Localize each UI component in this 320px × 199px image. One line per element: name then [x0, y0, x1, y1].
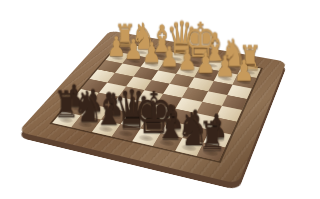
chess-board: ♜♞♝♛♚♝♞♜♟♟♟♟♟♟♟♟♟♟♟♟♟♟♟♟♜♞♝♛♚♝♞♜: [18, 30, 286, 184]
piece-white-pawn: ♟: [159, 43, 177, 71]
piece-white-pawn: ♟: [234, 56, 252, 85]
piece-white-pawn: ♟: [142, 39, 159, 67]
piece-black-king: ♚: [134, 84, 155, 142]
product-photo-background: ♜♞♝♛♚♝♞♜♟♟♟♟♟♟♟♟♟♟♟♟♟♟♟♟♜♞♝♛♚♝♞♜: [0, 0, 320, 199]
piece-white-pawn: ♟: [177, 46, 195, 74]
piece-black-knight: ♞: [73, 84, 93, 127]
piece-black-knight: ♞: [176, 106, 197, 151]
piece-black-bishop: ♝: [93, 87, 113, 132]
piece-black-rook: ♜: [54, 87, 74, 124]
piece-black-bishop: ♝: [155, 100, 176, 146]
piece-white-pawn: ♟: [107, 33, 124, 60]
piece-white-pawn: ♟: [215, 52, 233, 81]
piece-white-pawn: ♟: [196, 49, 214, 77]
board-squares: ♜♞♝♛♚♝♞♜♟♟♟♟♟♟♟♟♟♟♟♟♟♟♟♟♜♞♝♛♚♝♞♜: [52, 43, 260, 161]
square-g3: [208, 81, 233, 95]
scene: ♜♞♝♛♚♝♞♜♟♟♟♟♟♟♟♟♟♟♟♟♟♟♟♟♜♞♝♛♚♝♞♜: [0, 0, 320, 199]
square-e3: [170, 74, 195, 88]
piece-white-pawn: ♟: [124, 36, 141, 63]
piece-black-queen: ♛: [113, 84, 133, 137]
square-h8: ♜: [197, 142, 226, 161]
piece-black-rook: ♜: [198, 117, 219, 156]
